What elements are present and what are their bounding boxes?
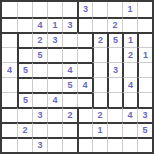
cell-r6c3[interactable]	[32, 77, 47, 92]
cell-r1c6: 3	[77, 2, 92, 17]
cell-r8c4[interactable]	[47, 107, 62, 122]
cell-r7c9[interactable]	[122, 92, 137, 107]
cell-r2c6[interactable]	[77, 17, 92, 32]
cell-r5c3[interactable]	[32, 62, 47, 77]
cell-r7c4: 4	[47, 92, 62, 107]
cell-r10c1[interactable]	[2, 137, 17, 152]
cell-r4c1[interactable]	[2, 47, 17, 62]
cell-r3c5[interactable]	[62, 32, 77, 47]
cell-r4c6[interactable]	[77, 47, 92, 62]
cell-r6c9: 4	[122, 77, 137, 92]
cell-r1c5[interactable]	[62, 2, 77, 17]
cell-r2c9[interactable]	[122, 17, 137, 32]
cell-r9c10: 5	[137, 122, 152, 137]
cell-r8c8[interactable]	[107, 107, 122, 122]
cell-r4c7[interactable]	[92, 47, 107, 62]
cell-r10c6[interactable]	[77, 137, 92, 152]
cell-r1c7[interactable]	[92, 2, 107, 17]
cell-r7c3[interactable]	[32, 92, 47, 107]
cell-r7c5[interactable]	[62, 92, 77, 107]
cell-r7c1[interactable]	[2, 92, 17, 107]
cell-r6c4[interactable]	[47, 77, 62, 92]
cell-r1c4[interactable]	[47, 2, 62, 17]
cell-r8c1[interactable]	[2, 107, 17, 122]
cell-r5c6[interactable]	[77, 62, 92, 77]
cell-r2c1[interactable]	[2, 17, 17, 32]
cell-r9c4[interactable]	[47, 122, 62, 137]
cell-r2c8: 2	[107, 17, 122, 32]
puzzle-board: 31413223251521454354454322432153	[0, 0, 154, 154]
cell-r6c6: 4	[77, 77, 92, 92]
cell-r6c2[interactable]	[17, 77, 32, 92]
cell-r9c5[interactable]	[62, 122, 77, 137]
cell-r2c5: 3	[62, 17, 77, 32]
cell-r4c9: 2	[122, 47, 137, 62]
cell-r10c8[interactable]	[107, 137, 122, 152]
cell-r5c9[interactable]	[122, 62, 137, 77]
cell-r5c7[interactable]	[92, 62, 107, 77]
cell-r10c5[interactable]	[62, 137, 77, 152]
cell-r2c3: 4	[32, 17, 47, 32]
cell-r10c3: 3	[32, 137, 47, 152]
cell-r7c8[interactable]	[107, 92, 122, 107]
cell-r3c1[interactable]	[2, 32, 17, 47]
cell-r5c4[interactable]	[47, 62, 62, 77]
cell-r3c3: 2	[32, 32, 47, 47]
cell-r1c10[interactable]	[137, 2, 152, 17]
cell-r1c1[interactable]	[2, 2, 17, 17]
cell-r7c10[interactable]	[137, 92, 152, 107]
cell-r3c6[interactable]	[77, 32, 92, 47]
cell-r6c7[interactable]	[92, 77, 107, 92]
cell-r4c5[interactable]	[62, 47, 77, 62]
cell-r5c10[interactable]	[137, 62, 152, 77]
cell-r1c3[interactable]	[32, 2, 47, 17]
cell-r2c4: 1	[47, 17, 62, 32]
cell-r4c4[interactable]	[47, 47, 62, 62]
cell-r9c2: 2	[17, 122, 32, 137]
cell-r2c7[interactable]	[92, 17, 107, 32]
cell-r6c10[interactable]	[137, 77, 152, 92]
cell-r10c4[interactable]	[47, 137, 62, 152]
cell-r9c8[interactable]	[107, 122, 122, 137]
cell-r9c3[interactable]	[32, 122, 47, 137]
cell-r3c9: 1	[122, 32, 137, 47]
cell-r10c10[interactable]	[137, 137, 152, 152]
cell-r4c10: 1	[137, 47, 152, 62]
cell-r2c10[interactable]	[137, 17, 152, 32]
cell-r8c2[interactable]	[17, 107, 32, 122]
cell-r9c1[interactable]	[2, 122, 17, 137]
cell-r3c10[interactable]	[137, 32, 152, 47]
cell-r6c1[interactable]	[2, 77, 17, 92]
cell-r8c3: 3	[32, 107, 47, 122]
cell-r10c9[interactable]	[122, 137, 137, 152]
cell-r3c4: 3	[47, 32, 62, 47]
cell-r8c9: 4	[122, 107, 137, 122]
cell-r3c2[interactable]	[17, 32, 32, 47]
cell-r3c8: 5	[107, 32, 122, 47]
cell-r7c6[interactable]	[77, 92, 92, 107]
cell-r6c8[interactable]	[107, 77, 122, 92]
cell-r5c8: 3	[107, 62, 122, 77]
cell-r9c6[interactable]	[77, 122, 92, 137]
cell-r5c5: 4	[62, 62, 77, 77]
cell-r8c10: 3	[137, 107, 152, 122]
cell-r7c7[interactable]	[92, 92, 107, 107]
cell-r8c7: 2	[92, 107, 107, 122]
cell-r8c5: 2	[62, 107, 77, 122]
cell-r4c8[interactable]	[107, 47, 122, 62]
cell-r9c9[interactable]	[122, 122, 137, 137]
cell-r1c8[interactable]	[107, 2, 122, 17]
cell-r9c7: 1	[92, 122, 107, 137]
cell-r8c6[interactable]	[77, 107, 92, 122]
cell-r4c3: 5	[32, 47, 47, 62]
cell-r1c9: 1	[122, 2, 137, 17]
cell-r4c2[interactable]	[17, 47, 32, 62]
cell-r2c2[interactable]	[17, 17, 32, 32]
cell-r7c2: 5	[17, 92, 32, 107]
cell-r10c7[interactable]	[92, 137, 107, 152]
cell-r1c2[interactable]	[17, 2, 32, 17]
cell-r5c2: 5	[17, 62, 32, 77]
cell-r3c7: 2	[92, 32, 107, 47]
cell-r5c1: 4	[2, 62, 17, 77]
cell-r6c5: 5	[62, 77, 77, 92]
cell-r10c2[interactable]	[17, 137, 32, 152]
